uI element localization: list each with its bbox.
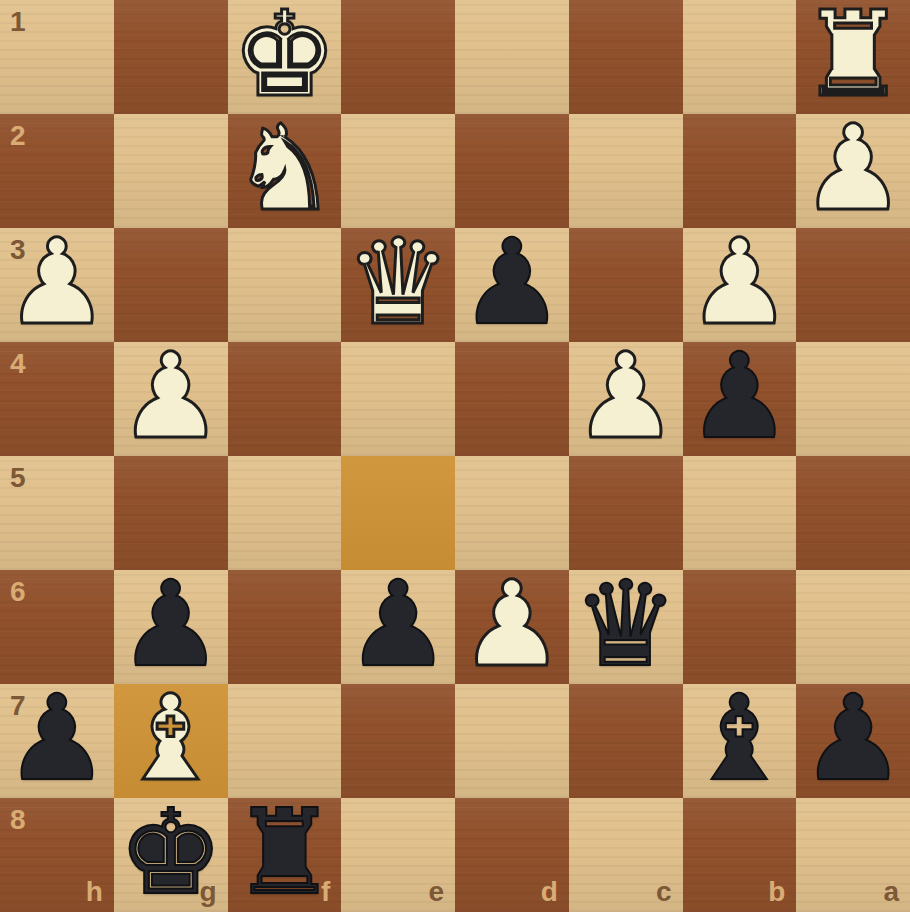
- rank-label-5: 5: [10, 464, 26, 492]
- square-b1[interactable]: [683, 0, 797, 114]
- square-d5[interactable]: [455, 456, 569, 570]
- square-g4[interactable]: ♟: [114, 342, 228, 456]
- square-a5[interactable]: [796, 456, 910, 570]
- white-pawn[interactable]: ♟: [686, 225, 792, 339]
- square-b5[interactable]: [683, 456, 797, 570]
- file-label-h: h: [86, 878, 103, 906]
- white-pawn[interactable]: ♟: [459, 567, 565, 681]
- square-c3[interactable]: [569, 228, 683, 342]
- square-c5[interactable]: [569, 456, 683, 570]
- square-e4[interactable]: [341, 342, 455, 456]
- black-pawn[interactable]: ♟: [459, 225, 565, 339]
- square-h2[interactable]: 2: [0, 114, 114, 228]
- square-c4[interactable]: ♟: [569, 342, 683, 456]
- white-king[interactable]: ♚: [231, 0, 337, 111]
- square-a6[interactable]: [796, 570, 910, 684]
- rank-label-2: 2: [10, 122, 26, 150]
- square-g1[interactable]: [114, 0, 228, 114]
- square-f1[interactable]: ♚: [228, 0, 342, 114]
- black-queen[interactable]: ♛: [573, 567, 679, 681]
- black-pawn[interactable]: ♟: [686, 339, 792, 453]
- square-b6[interactable]: [683, 570, 797, 684]
- black-pawn[interactable]: ♟: [800, 681, 906, 795]
- square-d6[interactable]: ♟: [455, 570, 569, 684]
- square-a4[interactable]: [796, 342, 910, 456]
- square-b4[interactable]: ♟: [683, 342, 797, 456]
- square-d1[interactable]: [455, 0, 569, 114]
- square-c2[interactable]: [569, 114, 683, 228]
- square-d4[interactable]: [455, 342, 569, 456]
- white-queen[interactable]: ♛: [345, 225, 451, 339]
- white-pawn[interactable]: ♟: [800, 111, 906, 225]
- rank-label-6: 6: [10, 578, 26, 606]
- square-h3[interactable]: 3♟: [0, 228, 114, 342]
- white-pawn[interactable]: ♟: [573, 339, 679, 453]
- square-e7[interactable]: [341, 684, 455, 798]
- file-label-a: a: [883, 878, 899, 906]
- chess-board: 1♚♜2♞♟3♟♛♟♟4♟♟♟56♟♟♟♛7♟♝♝♟8hg♚f♜edcba: [0, 0, 910, 912]
- black-rook[interactable]: ♜: [231, 795, 337, 909]
- square-g6[interactable]: ♟: [114, 570, 228, 684]
- square-h1[interactable]: 1: [0, 0, 114, 114]
- square-f5[interactable]: [228, 456, 342, 570]
- square-g7[interactable]: ♝: [114, 684, 228, 798]
- white-rook[interactable]: ♜: [800, 0, 906, 111]
- square-f6[interactable]: [228, 570, 342, 684]
- rank-label-8: 8: [10, 806, 26, 834]
- black-pawn[interactable]: ♟: [345, 567, 451, 681]
- square-h7[interactable]: 7♟: [0, 684, 114, 798]
- black-bishop[interactable]: ♝: [686, 681, 792, 795]
- rank-label-1: 1: [10, 8, 26, 36]
- file-label-b: b: [768, 878, 785, 906]
- black-king[interactable]: ♚: [118, 795, 224, 909]
- square-f8[interactable]: f♜: [228, 798, 342, 912]
- square-e2[interactable]: [341, 114, 455, 228]
- square-g5[interactable]: [114, 456, 228, 570]
- square-f4[interactable]: [228, 342, 342, 456]
- square-g3[interactable]: [114, 228, 228, 342]
- square-h4[interactable]: 4: [0, 342, 114, 456]
- square-b7[interactable]: ♝: [683, 684, 797, 798]
- white-pawn[interactable]: ♟: [118, 339, 224, 453]
- square-a8[interactable]: a: [796, 798, 910, 912]
- square-c7[interactable]: [569, 684, 683, 798]
- square-e6[interactable]: ♟: [341, 570, 455, 684]
- square-b3[interactable]: ♟: [683, 228, 797, 342]
- square-g2[interactable]: [114, 114, 228, 228]
- file-label-e: e: [428, 878, 444, 906]
- square-c6[interactable]: ♛: [569, 570, 683, 684]
- square-e3[interactable]: ♛: [341, 228, 455, 342]
- square-b2[interactable]: [683, 114, 797, 228]
- white-knight[interactable]: ♞: [231, 111, 337, 225]
- square-f3[interactable]: [228, 228, 342, 342]
- square-e5[interactable]: [341, 456, 455, 570]
- square-d2[interactable]: [455, 114, 569, 228]
- square-h5[interactable]: 5: [0, 456, 114, 570]
- file-label-c: c: [656, 878, 672, 906]
- rank-label-4: 4: [10, 350, 26, 378]
- square-d3[interactable]: ♟: [455, 228, 569, 342]
- square-a7[interactable]: ♟: [796, 684, 910, 798]
- square-e8[interactable]: e: [341, 798, 455, 912]
- square-a2[interactable]: ♟: [796, 114, 910, 228]
- file-label-d: d: [541, 878, 558, 906]
- square-g8[interactable]: g♚: [114, 798, 228, 912]
- square-h6[interactable]: 6: [0, 570, 114, 684]
- square-c1[interactable]: [569, 0, 683, 114]
- black-pawn[interactable]: ♟: [118, 567, 224, 681]
- square-h8[interactable]: 8h: [0, 798, 114, 912]
- square-a3[interactable]: [796, 228, 910, 342]
- square-b8[interactable]: b: [683, 798, 797, 912]
- square-a1[interactable]: ♜: [796, 0, 910, 114]
- white-pawn[interactable]: ♟: [4, 225, 110, 339]
- square-c8[interactable]: c: [569, 798, 683, 912]
- black-pawn[interactable]: ♟: [4, 681, 110, 795]
- white-bishop[interactable]: ♝: [118, 681, 224, 795]
- square-f2[interactable]: ♞: [228, 114, 342, 228]
- square-d8[interactable]: d: [455, 798, 569, 912]
- square-e1[interactable]: [341, 0, 455, 114]
- square-d7[interactable]: [455, 684, 569, 798]
- square-f7[interactable]: [228, 684, 342, 798]
